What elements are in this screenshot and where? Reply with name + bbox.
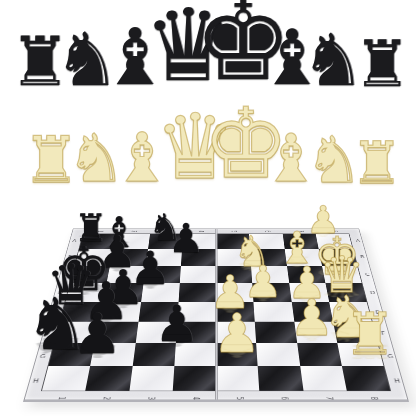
square-h3[interactable] (129, 366, 174, 391)
coord-rank-7-num-front: 7 (324, 397, 332, 400)
coord-rank-4-num-front: 4 (191, 397, 199, 400)
coord-file-h-right: H (394, 379, 401, 384)
square-h4[interactable] (172, 366, 216, 391)
square-h6[interactable] (258, 366, 303, 391)
square-h2[interactable] (85, 366, 132, 391)
black-pawn-b4[interactable]: ♟ (168, 218, 204, 258)
coord-rank-3-num-front: 3 (146, 397, 154, 400)
display-black-rook: ♜ (353, 32, 410, 96)
coord-rank-8-num-front: 8 (368, 397, 377, 400)
coord-file-h-left: H (32, 379, 39, 384)
black-pawn-h2[interactable]: ♟ (72, 306, 122, 362)
square-h7[interactable] (300, 366, 347, 391)
coord-rank-5-num-front: 5 (235, 397, 243, 400)
square-h8[interactable] (342, 366, 390, 391)
cream-pawn-h5[interactable]: ♟ (213, 307, 261, 361)
square-h1[interactable] (42, 366, 90, 391)
chess-set-product-photo: ♜♞♝♛♚♝♞♜ ♜♞♝♛♚♝♞♜ 1122334455667788AABBCC… (0, 0, 416, 416)
display-cream-rook: ♜ (351, 134, 403, 192)
coord-rank-6-num-front: 6 (280, 397, 288, 400)
coord-rank-1-num-front: 1 (57, 397, 66, 400)
square-h5[interactable] (216, 366, 260, 391)
coord-file-c-right: C (365, 273, 370, 276)
coord-rank-2-num-front: 2 (102, 397, 110, 400)
cream-rook-h8[interactable]: ♜ (344, 305, 396, 363)
black-pawn-g4[interactable]: ♟ (155, 299, 200, 349)
